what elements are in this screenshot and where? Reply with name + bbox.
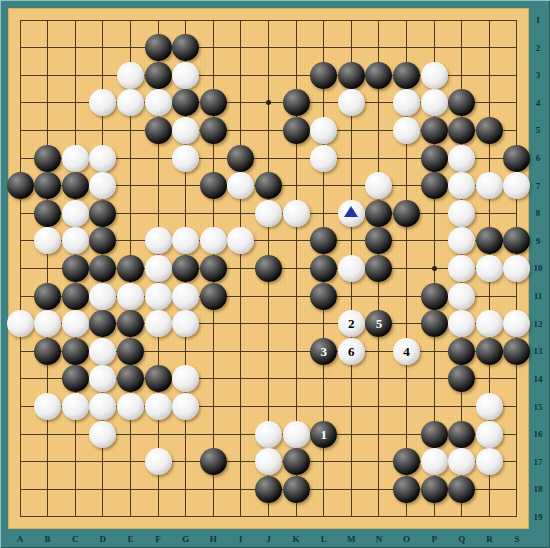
col-label-A: A — [10, 535, 30, 544]
stone-white-R7 — [476, 172, 503, 199]
stone-black-O8 — [393, 200, 420, 227]
stone-white-R10 — [476, 255, 503, 282]
row-labels: 12345678910111213141516171819 — [529, 0, 550, 548]
stone-black-Q13 — [448, 338, 475, 365]
stone-white-M4 — [338, 89, 365, 116]
stone-black-H7 — [200, 172, 227, 199]
stone-black-L10 — [310, 255, 337, 282]
stone-white-Q10 — [448, 255, 475, 282]
col-label-I: I — [231, 535, 251, 544]
stone-white-B9 — [34, 227, 61, 254]
stone-white-Q17 — [448, 448, 475, 475]
stone-white-Q6 — [448, 145, 475, 172]
col-label-N: N — [369, 535, 389, 544]
row-label-4: 4 — [529, 99, 547, 108]
stone-black-R13 — [476, 338, 503, 365]
stone-black-P11 — [421, 283, 448, 310]
stone-black-N9 — [365, 227, 392, 254]
move-number-1: 1 — [320, 428, 327, 441]
stone-black-O18 — [393, 476, 420, 503]
stone-black-H5 — [200, 117, 227, 144]
stone-white-O5 — [393, 117, 420, 144]
stone-black-F14 — [145, 365, 172, 392]
row-label-11: 11 — [529, 292, 547, 301]
stone-white-C9 — [62, 227, 89, 254]
stone-white-D11 — [89, 283, 116, 310]
stone-white-H9 — [200, 227, 227, 254]
stone-white-O4 — [393, 89, 420, 116]
stone-white-E15 — [117, 393, 144, 420]
stone-white-P3 — [421, 62, 448, 89]
stone-black-R5 — [476, 117, 503, 144]
row-label-7: 7 — [529, 182, 547, 191]
stone-black-R9 — [476, 227, 503, 254]
stone-black-K17 — [283, 448, 310, 475]
stone-black-B6 — [34, 145, 61, 172]
stone-white-D6 — [89, 145, 116, 172]
stone-black-K5 — [283, 117, 310, 144]
stone-white-G5 — [172, 117, 199, 144]
stone-white-R16 — [476, 421, 503, 448]
stone-white-L6 — [310, 145, 337, 172]
stone-black-J10 — [255, 255, 282, 282]
stone-black-Q4 — [448, 89, 475, 116]
stone-white-B12 — [34, 310, 61, 337]
stone-black-A7 — [7, 172, 34, 199]
stone-black-E12 — [117, 310, 144, 337]
stone-white-S12 — [503, 310, 530, 337]
stone-black-P6 — [421, 145, 448, 172]
stone-white-D7 — [89, 172, 116, 199]
stone-white-G6 — [172, 145, 199, 172]
row-label-9: 9 — [529, 237, 547, 246]
hoshi-point-J4 — [266, 100, 271, 105]
col-label-G: G — [176, 535, 196, 544]
hoshi-point-P10 — [432, 266, 437, 271]
stone-black-L16: 1 — [310, 421, 337, 448]
stone-black-I6 — [227, 145, 254, 172]
stone-black-D12 — [89, 310, 116, 337]
stone-white-C15 — [62, 393, 89, 420]
stone-black-P7 — [421, 172, 448, 199]
stone-black-G2 — [172, 34, 199, 61]
row-label-1: 1 — [529, 16, 547, 25]
row-label-12: 12 — [529, 320, 547, 329]
col-label-K: K — [286, 535, 306, 544]
stone-white-J8 — [255, 200, 282, 227]
row-label-2: 2 — [529, 44, 547, 53]
stone-black-M3 — [338, 62, 365, 89]
stone-white-J16 — [255, 421, 282, 448]
goban[interactable]: 253641 — [8, 8, 529, 529]
row-label-6: 6 — [529, 154, 547, 163]
stone-black-H17 — [200, 448, 227, 475]
column-labels: ABCDEFGHIJKLMNOPQRS — [0, 529, 550, 548]
stone-black-D10 — [89, 255, 116, 282]
col-label-S: S — [507, 535, 527, 544]
col-label-E: E — [120, 535, 140, 544]
col-label-F: F — [148, 535, 168, 544]
col-label-R: R — [479, 535, 499, 544]
stone-white-D4 — [89, 89, 116, 116]
stone-black-C7 — [62, 172, 89, 199]
stone-white-C8 — [62, 200, 89, 227]
stone-black-P12 — [421, 310, 448, 337]
stone-white-J17 — [255, 448, 282, 475]
stone-white-E11 — [117, 283, 144, 310]
stone-white-Q12 — [448, 310, 475, 337]
stone-black-B11 — [34, 283, 61, 310]
stone-black-H11 — [200, 283, 227, 310]
col-label-O: O — [397, 535, 417, 544]
stone-white-Q8 — [448, 200, 475, 227]
stone-white-G12 — [172, 310, 199, 337]
stone-white-A12 — [7, 310, 34, 337]
col-label-B: B — [38, 535, 58, 544]
col-label-C: C — [65, 535, 85, 544]
stone-white-G14 — [172, 365, 199, 392]
stone-white-N7 — [365, 172, 392, 199]
stone-white-G9 — [172, 227, 199, 254]
move-number-6: 6 — [348, 345, 355, 358]
stone-black-S6 — [503, 145, 530, 172]
stone-white-C6 — [62, 145, 89, 172]
stone-white-D14 — [89, 365, 116, 392]
stone-white-D16 — [89, 421, 116, 448]
stone-white-F10 — [145, 255, 172, 282]
stone-black-B7 — [34, 172, 61, 199]
row-label-13: 13 — [529, 347, 547, 356]
col-label-D: D — [93, 535, 113, 544]
stone-white-B15 — [34, 393, 61, 420]
stone-black-D9 — [89, 227, 116, 254]
stone-black-K4 — [283, 89, 310, 116]
stone-black-E14 — [117, 365, 144, 392]
stone-black-B8 — [34, 200, 61, 227]
go-board-widget: 253641 ABCDEFGHIJKLMNOPQRS 1234567891011… — [0, 0, 550, 548]
stone-black-S9 — [503, 227, 530, 254]
row-label-8: 8 — [529, 209, 547, 218]
stone-black-L13: 3 — [310, 338, 337, 365]
stone-white-M13: 6 — [338, 338, 365, 365]
stone-black-K18 — [283, 476, 310, 503]
stone-black-P18 — [421, 476, 448, 503]
col-label-J: J — [258, 535, 278, 544]
stone-black-O17 — [393, 448, 420, 475]
stone-black-N8 — [365, 200, 392, 227]
move-number-3: 3 — [320, 345, 327, 358]
col-label-M: M — [341, 535, 361, 544]
row-label-10: 10 — [529, 264, 547, 273]
move-number-4: 4 — [403, 345, 410, 358]
stone-black-N10 — [365, 255, 392, 282]
stone-white-R17 — [476, 448, 503, 475]
stone-white-P17 — [421, 448, 448, 475]
stone-white-F4 — [145, 89, 172, 116]
stone-white-L5 — [310, 117, 337, 144]
stone-white-E3 — [117, 62, 144, 89]
stone-white-S7 — [503, 172, 530, 199]
stone-black-D8 — [89, 200, 116, 227]
col-label-P: P — [424, 535, 444, 544]
stone-white-K16 — [283, 421, 310, 448]
stone-black-J7 — [255, 172, 282, 199]
row-label-17: 17 — [529, 458, 547, 467]
stone-white-E4 — [117, 89, 144, 116]
stone-black-Q14 — [448, 365, 475, 392]
stone-white-S10 — [503, 255, 530, 282]
stone-white-M10 — [338, 255, 365, 282]
stone-black-S13 — [503, 338, 530, 365]
stone-black-L11 — [310, 283, 337, 310]
stone-black-P5 — [421, 117, 448, 144]
stone-white-F15 — [145, 393, 172, 420]
stone-white-R12 — [476, 310, 503, 337]
stone-white-F9 — [145, 227, 172, 254]
stone-black-F2 — [145, 34, 172, 61]
stone-black-G4 — [172, 89, 199, 116]
stone-white-I7 — [227, 172, 254, 199]
row-label-18: 18 — [529, 485, 547, 494]
row-label-16: 16 — [529, 430, 547, 439]
stone-white-R15 — [476, 393, 503, 420]
move-number-5: 5 — [376, 317, 383, 330]
stone-black-L3 — [310, 62, 337, 89]
row-label-14: 14 — [529, 375, 547, 384]
stone-black-C13 — [62, 338, 89, 365]
col-label-H: H — [203, 535, 223, 544]
stone-black-L9 — [310, 227, 337, 254]
row-label-15: 15 — [529, 403, 547, 412]
stone-black-P16 — [421, 421, 448, 448]
stone-white-O13: 4 — [393, 338, 420, 365]
stone-black-G10 — [172, 255, 199, 282]
move-number-2: 2 — [348, 317, 355, 330]
stone-white-G3 — [172, 62, 199, 89]
stone-white-F17 — [145, 448, 172, 475]
stone-black-N3 — [365, 62, 392, 89]
stone-white-F11 — [145, 283, 172, 310]
stone-black-C14 — [62, 365, 89, 392]
stone-white-I9 — [227, 227, 254, 254]
stone-white-G15 — [172, 393, 199, 420]
stone-black-E13 — [117, 338, 144, 365]
col-label-Q: Q — [452, 535, 472, 544]
stone-white-F12 — [145, 310, 172, 337]
stone-white-K8 — [283, 200, 310, 227]
stone-black-F5 — [145, 117, 172, 144]
stone-white-Q11 — [448, 283, 475, 310]
stone-black-Q5 — [448, 117, 475, 144]
stone-white-D15 — [89, 393, 116, 420]
row-label-19: 19 — [529, 513, 547, 522]
row-label-3: 3 — [529, 71, 547, 80]
stone-black-H4 — [200, 89, 227, 116]
stone-white-P4 — [421, 89, 448, 116]
stone-black-F3 — [145, 62, 172, 89]
stone-black-N12: 5 — [365, 310, 392, 337]
stone-black-J18 — [255, 476, 282, 503]
stone-white-C12 — [62, 310, 89, 337]
stone-white-G11 — [172, 283, 199, 310]
grid-line-h-19 — [20, 516, 517, 517]
col-label-L: L — [314, 535, 334, 544]
stone-black-B13 — [34, 338, 61, 365]
stone-black-O3 — [393, 62, 420, 89]
stone-black-C10 — [62, 255, 89, 282]
stone-black-Q16 — [448, 421, 475, 448]
stone-black-E10 — [117, 255, 144, 282]
stone-black-H10 — [200, 255, 227, 282]
stone-black-C11 — [62, 283, 89, 310]
triangle-marker — [344, 206, 358, 217]
stone-white-Q7 — [448, 172, 475, 199]
stone-white-Q9 — [448, 227, 475, 254]
row-label-5: 5 — [529, 126, 547, 135]
stone-white-D13 — [89, 338, 116, 365]
stone-white-M12: 2 — [338, 310, 365, 337]
stone-black-Q18 — [448, 476, 475, 503]
